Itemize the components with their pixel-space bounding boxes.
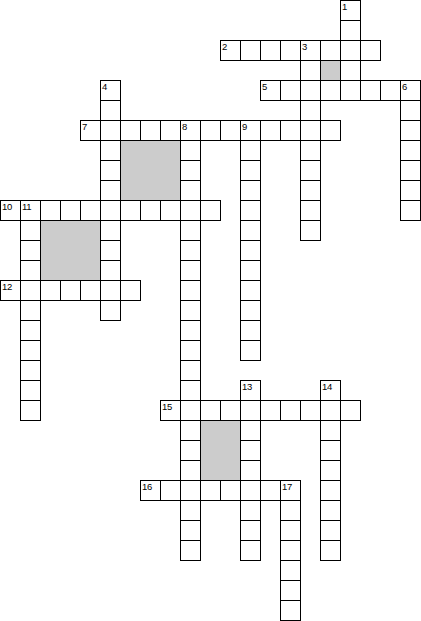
answer-cell[interactable] xyxy=(40,200,61,221)
answer-cell[interactable] xyxy=(240,500,261,521)
answer-cell[interactable] xyxy=(280,580,301,601)
answer-cell[interactable] xyxy=(300,80,321,101)
answer-cell[interactable] xyxy=(120,280,141,301)
answer-cell[interactable] xyxy=(240,540,261,561)
answer-cell[interactable] xyxy=(280,520,301,541)
answer-cell[interactable] xyxy=(240,200,261,221)
shaded-cell xyxy=(200,460,221,481)
answer-cell[interactable] xyxy=(120,120,141,141)
answer-cell[interactable] xyxy=(400,200,421,221)
answer-cell[interactable] xyxy=(180,220,201,241)
clue-number: 10 xyxy=(2,202,12,212)
answer-cell[interactable] xyxy=(100,220,121,241)
answer-cell[interactable] xyxy=(320,480,341,501)
answer-cell[interactable] xyxy=(80,200,101,221)
shaded-cell xyxy=(120,180,141,201)
answer-cell[interactable] xyxy=(280,120,301,141)
answer-cell[interactable] xyxy=(400,120,421,141)
answer-cell[interactable] xyxy=(100,180,121,201)
crossword-board: 1234567891011121314151617 xyxy=(0,0,421,621)
answer-cell[interactable] xyxy=(180,520,201,541)
answer-cell[interactable] xyxy=(240,460,261,481)
answer-cell[interactable] xyxy=(180,440,201,461)
shaded-cell xyxy=(80,220,101,241)
answer-cell[interactable] xyxy=(220,120,241,141)
answer-cell[interactable] xyxy=(300,200,321,221)
shaded-cell xyxy=(60,260,81,281)
answer-cell[interactable] xyxy=(160,200,181,221)
clue-number: 5 xyxy=(262,82,267,92)
answer-cell[interactable] xyxy=(40,280,61,301)
answer-cell[interactable] xyxy=(180,540,201,561)
answer-cell[interactable] xyxy=(180,200,201,221)
shaded-cell xyxy=(200,420,221,441)
answer-cell[interactable] xyxy=(160,120,181,141)
answer-cell[interactable] xyxy=(280,500,301,521)
answer-cell[interactable] xyxy=(100,140,121,161)
answer-cell[interactable] xyxy=(180,460,201,481)
answer-cell[interactable] xyxy=(340,400,361,421)
answer-cell[interactable] xyxy=(20,260,41,281)
answer-cell[interactable] xyxy=(240,520,261,541)
clue-number: 3 xyxy=(302,42,307,52)
answer-cell[interactable] xyxy=(60,200,81,221)
answer-cell[interactable] xyxy=(180,160,201,181)
shaded-cell xyxy=(40,220,61,241)
shaded-cell xyxy=(80,260,101,281)
answer-cell[interactable] xyxy=(20,320,41,341)
answer-cell[interactable] xyxy=(180,380,201,401)
clue-number: 13 xyxy=(242,382,252,392)
answer-cell[interactable] xyxy=(340,20,361,41)
shaded-cell xyxy=(140,160,161,181)
answer-cell[interactable] xyxy=(340,80,361,101)
answer-cell[interactable] xyxy=(320,500,341,521)
answer-cell[interactable] xyxy=(180,260,201,281)
answer-cell[interactable] xyxy=(200,120,221,141)
answer-cell[interactable] xyxy=(320,540,341,561)
answer-cell[interactable] xyxy=(180,480,201,501)
shaded-cell xyxy=(220,420,241,441)
answer-cell[interactable] xyxy=(100,120,121,141)
answer-cell[interactable] xyxy=(240,260,261,281)
answer-cell[interactable] xyxy=(320,440,341,461)
clue-number: 4 xyxy=(102,82,107,92)
clue-number: 1 xyxy=(342,2,347,12)
shaded-cell xyxy=(200,440,221,461)
answer-cell[interactable] xyxy=(20,300,41,321)
answer-cell[interactable] xyxy=(400,180,421,201)
answer-cell[interactable] xyxy=(320,40,341,61)
clue-number: 2 xyxy=(222,42,227,52)
clue-number: 12 xyxy=(2,282,12,292)
answer-cell[interactable] xyxy=(180,180,201,201)
shaded-cell xyxy=(320,60,341,81)
answer-cell[interactable] xyxy=(180,400,201,421)
answer-cell[interactable] xyxy=(300,180,321,201)
answer-cell[interactable] xyxy=(120,200,141,221)
answer-cell[interactable] xyxy=(240,240,261,261)
answer-cell[interactable] xyxy=(160,480,181,501)
answer-cell[interactable] xyxy=(260,120,281,141)
answer-cell[interactable] xyxy=(200,200,221,221)
answer-cell[interactable] xyxy=(20,280,41,301)
answer-cell[interactable] xyxy=(240,40,261,61)
answer-cell[interactable] xyxy=(220,400,241,421)
shaded-cell xyxy=(160,160,181,181)
answer-cell[interactable] xyxy=(180,500,201,521)
answer-cell[interactable] xyxy=(140,120,161,141)
shaded-cell xyxy=(120,160,141,181)
answer-cell[interactable] xyxy=(320,400,341,421)
answer-cell[interactable] xyxy=(380,80,401,101)
clue-number: 17 xyxy=(282,482,292,492)
answer-cell[interactable] xyxy=(240,400,261,421)
shaded-cell xyxy=(160,180,181,201)
answer-cell[interactable] xyxy=(240,160,261,181)
answer-cell[interactable] xyxy=(240,320,261,341)
answer-cell[interactable] xyxy=(240,280,261,301)
answer-cell[interactable] xyxy=(100,300,121,321)
answer-cell[interactable] xyxy=(180,280,201,301)
answer-cell[interactable] xyxy=(300,220,321,241)
answer-cell[interactable] xyxy=(180,320,201,341)
clue-number: 14 xyxy=(322,382,332,392)
answer-cell[interactable] xyxy=(240,140,261,161)
clue-number: 6 xyxy=(402,82,407,92)
answer-cell[interactable] xyxy=(320,460,341,481)
answer-cell[interactable] xyxy=(100,200,121,221)
answer-cell[interactable] xyxy=(240,420,261,441)
answer-cell[interactable] xyxy=(240,180,261,201)
answer-cell[interactable] xyxy=(280,80,301,101)
answer-cell[interactable] xyxy=(100,100,121,121)
answer-cell[interactable] xyxy=(300,100,321,121)
clue-number: 16 xyxy=(142,482,152,492)
clue-number: 9 xyxy=(242,122,247,132)
answer-cell[interactable] xyxy=(20,360,41,381)
answer-cell[interactable] xyxy=(180,420,201,441)
answer-cell[interactable] xyxy=(100,260,121,281)
clue-number: 11 xyxy=(22,202,31,212)
answer-cell[interactable] xyxy=(280,40,301,61)
answer-cell[interactable] xyxy=(300,60,321,81)
answer-cell[interactable] xyxy=(100,240,121,261)
shaded-cell xyxy=(40,240,61,261)
clue-number: 7 xyxy=(82,122,87,132)
answer-cell[interactable] xyxy=(260,400,281,421)
answer-cell[interactable] xyxy=(240,300,261,321)
shaded-cell xyxy=(120,140,141,161)
answer-cell[interactable] xyxy=(280,600,301,621)
answer-cell[interactable] xyxy=(180,340,201,361)
answer-cell[interactable] xyxy=(280,540,301,561)
answer-cell[interactable] xyxy=(240,480,261,501)
shaded-cell xyxy=(60,220,81,241)
answer-cell[interactable] xyxy=(60,280,81,301)
answer-cell[interactable] xyxy=(200,400,221,421)
answer-cell[interactable] xyxy=(280,560,301,581)
answer-cell[interactable] xyxy=(400,100,421,121)
answer-cell[interactable] xyxy=(80,280,101,301)
shaded-cell xyxy=(220,460,241,481)
answer-cell[interactable] xyxy=(220,480,241,501)
shaded-cell xyxy=(140,140,161,161)
answer-cell[interactable] xyxy=(20,220,41,241)
answer-cell[interactable] xyxy=(260,40,281,61)
answer-cell[interactable] xyxy=(20,240,41,261)
clue-number: 8 xyxy=(182,122,187,132)
answer-cell[interactable] xyxy=(320,420,341,441)
answer-cell[interactable] xyxy=(240,340,261,361)
answer-cell[interactable] xyxy=(20,380,41,401)
answer-cell[interactable] xyxy=(360,80,381,101)
answer-cell[interactable] xyxy=(400,140,421,161)
answer-cell[interactable] xyxy=(340,60,361,81)
answer-cell[interactable] xyxy=(300,400,321,421)
answer-cell[interactable] xyxy=(320,120,341,141)
answer-cell[interactable] xyxy=(240,220,261,241)
shaded-cell xyxy=(40,260,61,281)
answer-cell[interactable] xyxy=(360,40,381,61)
answer-cell[interactable] xyxy=(180,360,201,381)
shaded-cell xyxy=(80,240,101,261)
answer-cell[interactable] xyxy=(180,240,201,261)
answer-cell[interactable] xyxy=(400,160,421,181)
answer-cell[interactable] xyxy=(200,480,221,501)
shaded-cell xyxy=(140,180,161,201)
answer-cell[interactable] xyxy=(300,140,321,161)
answer-cell[interactable] xyxy=(20,340,41,361)
answer-cell[interactable] xyxy=(280,400,301,421)
answer-cell[interactable] xyxy=(300,120,321,141)
answer-cell[interactable] xyxy=(180,300,201,321)
answer-cell[interactable] xyxy=(300,160,321,181)
answer-cell[interactable] xyxy=(320,520,341,541)
answer-cell[interactable] xyxy=(100,160,121,181)
answer-cell[interactable] xyxy=(140,200,161,221)
shaded-cell xyxy=(60,240,81,261)
answer-cell[interactable] xyxy=(180,140,201,161)
answer-cell[interactable] xyxy=(340,40,361,61)
answer-cell[interactable] xyxy=(320,80,341,101)
answer-cell[interactable] xyxy=(100,280,121,301)
answer-cell[interactable] xyxy=(260,480,281,501)
shaded-cell xyxy=(160,140,181,161)
answer-cell[interactable] xyxy=(20,400,41,421)
clue-number: 15 xyxy=(162,402,172,412)
answer-cell[interactable] xyxy=(240,440,261,461)
shaded-cell xyxy=(220,440,241,461)
